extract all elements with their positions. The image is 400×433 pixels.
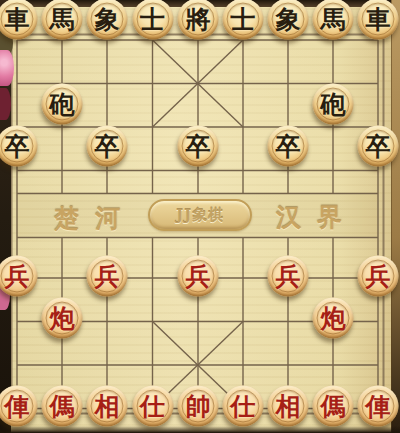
piece-black-general[interactable]: 將	[178, 0, 219, 40]
piece-glyph: 象	[95, 7, 120, 32]
piece-glyph: 兵	[276, 264, 301, 289]
piece-glyph: 卒	[186, 134, 211, 159]
piece-glyph: 士	[231, 7, 256, 32]
piece-red-horse[interactable]: 傌	[313, 386, 354, 427]
piece-black-horse[interactable]: 馬	[42, 0, 83, 40]
piece-glyph: 將	[186, 7, 211, 32]
piece-glyph: 馬	[321, 7, 346, 32]
piece-black-advisor[interactable]: 士	[223, 0, 264, 40]
piece-glyph: 俥	[5, 394, 30, 419]
board-frame-bottom	[0, 426, 400, 433]
background-mascot-fragment	[0, 88, 11, 120]
piece-red-elephant[interactable]: 相	[268, 386, 309, 427]
piece-black-elephant[interactable]: 象	[87, 0, 128, 40]
piece-glyph: 兵	[5, 264, 30, 289]
piece-red-soldier[interactable]: 兵	[87, 256, 128, 297]
piece-glyph: 象	[276, 7, 301, 32]
piece-glyph: 兵	[95, 264, 120, 289]
piece-glyph: 士	[140, 7, 165, 32]
piece-glyph: 相	[95, 394, 120, 419]
piece-red-elephant[interactable]: 相	[87, 386, 128, 427]
app-badge-label: JJ象棋	[176, 206, 224, 225]
piece-black-horse[interactable]: 馬	[313, 0, 354, 40]
piece-glyph: 炮	[321, 306, 346, 331]
piece-red-soldier[interactable]: 兵	[178, 256, 219, 297]
piece-glyph: 兵	[366, 264, 391, 289]
piece-red-cannon[interactable]: 炮	[313, 298, 354, 339]
piece-red-general[interactable]: 帥	[178, 386, 219, 427]
app-badge: JJ象棋	[148, 199, 252, 231]
piece-black-cannon[interactable]: 砲	[42, 84, 83, 125]
river-label-chu-he: 楚河	[54, 202, 136, 235]
piece-glyph: 兵	[186, 264, 211, 289]
piece-glyph: 炮	[50, 306, 75, 331]
piece-glyph: 相	[276, 394, 301, 419]
piece-glyph: 傌	[321, 394, 346, 419]
piece-black-advisor[interactable]: 士	[132, 0, 173, 40]
piece-glyph: 卒	[276, 134, 301, 159]
piece-glyph: 車	[366, 7, 391, 32]
board-frame-right	[391, 0, 400, 433]
piece-black-soldier[interactable]: 卒	[178, 126, 219, 167]
piece-glyph: 傌	[50, 394, 75, 419]
piece-glyph: 卒	[366, 134, 391, 159]
piece-black-soldier[interactable]: 卒	[268, 126, 309, 167]
piece-red-horse[interactable]: 傌	[42, 386, 83, 427]
piece-black-soldier[interactable]: 卒	[87, 126, 128, 167]
piece-glyph: 帥	[186, 394, 211, 419]
piece-glyph: 仕	[231, 394, 256, 419]
piece-red-advisor[interactable]: 仕	[223, 386, 264, 427]
piece-glyph: 砲	[321, 92, 346, 117]
piece-red-advisor[interactable]: 仕	[132, 386, 173, 427]
background-mascot-fragment	[0, 50, 14, 86]
piece-glyph: 車	[5, 7, 30, 32]
piece-black-soldier[interactable]: 卒	[358, 126, 399, 167]
piece-glyph: 馬	[50, 7, 75, 32]
piece-glyph: 砲	[50, 92, 75, 117]
xiangqi-board: 楚河 汉界 JJ象棋 車馬象士將士象馬車砲砲卒卒卒卒卒兵兵兵兵兵炮炮俥傌相仕帥仕…	[0, 0, 400, 433]
piece-red-soldier[interactable]: 兵	[268, 256, 309, 297]
piece-black-rook[interactable]: 車	[358, 0, 399, 40]
piece-glyph: 俥	[366, 394, 391, 419]
piece-glyph: 卒	[5, 134, 30, 159]
piece-red-soldier[interactable]: 兵	[358, 256, 399, 297]
piece-black-elephant[interactable]: 象	[268, 0, 309, 40]
piece-red-cannon[interactable]: 炮	[42, 298, 83, 339]
piece-red-rook[interactable]: 俥	[358, 386, 399, 427]
piece-glyph: 卒	[95, 134, 120, 159]
piece-black-cannon[interactable]: 砲	[313, 84, 354, 125]
piece-glyph: 仕	[140, 394, 165, 419]
river-label-han-jie: 汉界	[276, 201, 358, 234]
